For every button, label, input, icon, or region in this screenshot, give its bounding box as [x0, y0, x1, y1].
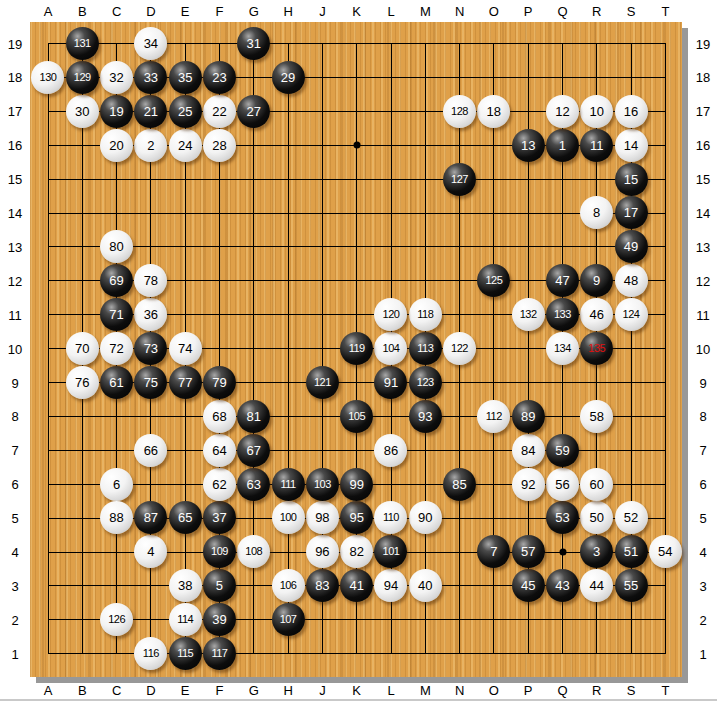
move-number: 65: [178, 511, 192, 524]
coordinate-label: L: [387, 4, 394, 19]
coordinate-label: J: [319, 4, 326, 19]
stone-E18: 35: [169, 61, 202, 94]
coordinate-label: J: [319, 683, 326, 698]
move-number: 113: [417, 343, 433, 354]
move-number: 67: [247, 444, 261, 457]
coordinate-label: A: [44, 4, 53, 19]
coordinate-label: H: [283, 4, 292, 19]
move-number: 16: [624, 105, 638, 118]
coordinate-label: 14: [8, 206, 22, 221]
move-number: 49: [624, 240, 638, 253]
move-number: 110: [383, 512, 399, 523]
move-number: 121: [314, 377, 331, 388]
stone-S12: 48: [615, 264, 648, 297]
stone-H2: 107: [272, 603, 305, 636]
stone-F2: 39: [203, 603, 236, 636]
stone-B18: 129: [66, 61, 99, 94]
coordinate-label: F: [216, 683, 224, 698]
coordinate-label: G: [249, 683, 259, 698]
coordinate-label: 18: [696, 70, 710, 85]
stone-B19: 131: [66, 27, 99, 60]
move-number: 22: [212, 105, 226, 118]
move-number: 55: [624, 579, 638, 592]
stone-S17: 16: [615, 95, 648, 128]
coordinate-label: 13: [8, 239, 22, 254]
stone-S16: 14: [615, 129, 648, 162]
stone-F6: 62: [203, 468, 236, 501]
move-number: 89: [521, 410, 535, 423]
coordinate-label: 16: [8, 138, 22, 153]
stone-N17: 128: [443, 95, 476, 128]
move-number: 114: [177, 614, 193, 625]
stone-T4: 54: [649, 535, 682, 568]
coordinate-label: 1: [699, 646, 706, 661]
move-number: 23: [212, 71, 226, 84]
move-number: 32: [109, 71, 123, 84]
move-number: 21: [144, 105, 158, 118]
stone-Q17: 12: [546, 95, 579, 128]
move-number: 9: [593, 274, 600, 287]
coordinate-label: S: [627, 683, 636, 698]
stone-G19: 31: [237, 27, 270, 60]
stone-K3: 41: [340, 569, 373, 602]
stone-D9: 75: [134, 366, 167, 399]
coordinate-label: 17: [8, 104, 22, 119]
move-number: 88: [109, 511, 123, 524]
coordinate-label: 11: [8, 307, 22, 322]
stone-C16: 20: [100, 129, 133, 162]
move-number: 6: [113, 478, 120, 491]
coordinate-label: Q: [557, 4, 567, 19]
move-number: 120: [383, 309, 400, 320]
move-number: 3: [593, 545, 600, 558]
move-number: 87: [144, 511, 158, 524]
move-number: 17: [624, 206, 638, 219]
stone-E5: 65: [169, 501, 202, 534]
coordinate-label: 3: [11, 578, 18, 593]
move-number: 36: [144, 308, 158, 321]
stone-C10: 72: [100, 332, 133, 365]
move-number: 5: [216, 579, 223, 592]
move-number: 57: [521, 545, 535, 558]
stone-C12: 69: [100, 264, 133, 297]
stone-G6: 63: [237, 468, 270, 501]
move-number: 81: [247, 410, 261, 423]
stone-L5: 110: [374, 501, 407, 534]
move-number: 68: [212, 410, 226, 423]
move-number: 91: [384, 376, 398, 389]
stone-P11: 132: [512, 298, 545, 331]
move-number: 28: [212, 139, 226, 152]
coordinate-label: 2: [699, 612, 706, 627]
stone-Q5: 53: [546, 501, 579, 534]
stone-H6: 111: [272, 468, 305, 501]
stone-L9: 91: [374, 366, 407, 399]
move-number: 18: [487, 105, 501, 118]
stone-N15: 127: [443, 163, 476, 196]
move-number: 66: [144, 444, 158, 457]
stone-Q7: 59: [546, 434, 579, 467]
stone-F3: 5: [203, 569, 236, 602]
move-number: 60: [590, 478, 604, 491]
coordinate-label: H: [283, 683, 292, 698]
coordinate-label: G: [249, 4, 259, 19]
move-number: 90: [418, 511, 432, 524]
stone-L3: 94: [374, 569, 407, 602]
stone-P16: 13: [512, 129, 545, 162]
stone-M8: 93: [409, 400, 442, 433]
stone-R10: 135: [580, 332, 613, 365]
move-number: 101: [383, 546, 400, 557]
stones-grid: 1234567891011121314151617181920212223242…: [31, 27, 683, 671]
stone-P3: 45: [512, 569, 545, 602]
move-number: 124: [623, 309, 640, 320]
stone-C17: 19: [100, 95, 133, 128]
coordinate-label: 10: [8, 341, 22, 356]
move-number: 92: [521, 478, 535, 491]
coordinate-label: Q: [557, 683, 567, 698]
move-number: 71: [109, 308, 123, 321]
move-number: 132: [520, 309, 537, 320]
stone-C11: 71: [100, 298, 133, 331]
stone-E16: 24: [169, 129, 202, 162]
stone-R4: 3: [580, 535, 613, 568]
move-number: 72: [109, 342, 123, 355]
stone-D10: 73: [134, 332, 167, 365]
stone-G4: 108: [237, 535, 270, 568]
move-number: 116: [143, 648, 159, 659]
move-number: 31: [247, 37, 261, 50]
move-number: 100: [280, 512, 297, 523]
move-number: 80: [109, 240, 123, 253]
coordinate-label: 14: [696, 206, 710, 221]
coordinate-label: 4: [11, 545, 18, 560]
stone-R11: 46: [580, 298, 613, 331]
move-number: 134: [554, 343, 571, 354]
move-number: 79: [212, 376, 226, 389]
stone-S11: 124: [615, 298, 648, 331]
move-number: 123: [417, 377, 434, 388]
stone-M10: 113: [409, 332, 442, 365]
move-number: 76: [75, 376, 89, 389]
stone-C18: 32: [100, 61, 133, 94]
stone-R16: 11: [580, 129, 613, 162]
move-number: 33: [144, 71, 158, 84]
stone-G17: 27: [237, 95, 270, 128]
stone-F1: 117: [203, 637, 236, 670]
coordinate-label: B: [78, 4, 87, 19]
move-number: 84: [521, 444, 535, 457]
move-number: 85: [452, 478, 466, 491]
coordinate-label: 17: [696, 104, 710, 119]
coordinate-label: R: [592, 4, 601, 19]
coordinate-label: D: [146, 683, 155, 698]
stone-S15: 15: [615, 163, 648, 196]
stone-J4: 96: [306, 535, 339, 568]
move-number: 78: [144, 274, 158, 287]
move-number: 96: [315, 545, 329, 558]
window-bottom-divider: [0, 699, 717, 701]
stone-F18: 23: [203, 61, 236, 94]
move-number: 95: [349, 511, 363, 524]
move-number: 43: [555, 579, 569, 592]
stone-K8: 105: [340, 400, 373, 433]
stone-C5: 88: [100, 501, 133, 534]
move-number: 111: [280, 479, 295, 490]
coordinate-label: C: [112, 683, 121, 698]
stone-D19: 34: [134, 27, 167, 60]
move-number: 45: [521, 579, 535, 592]
stone-Q3: 43: [546, 569, 579, 602]
stone-E17: 25: [169, 95, 202, 128]
stone-M9: 123: [409, 366, 442, 399]
move-number: 38: [178, 579, 192, 592]
stone-R8: 58: [580, 400, 613, 433]
move-number: 107: [280, 614, 297, 625]
coordinate-label: 16: [696, 138, 710, 153]
move-number: 130: [40, 72, 57, 83]
stone-S13: 49: [615, 230, 648, 263]
stone-J9: 121: [306, 366, 339, 399]
coordinate-label: N: [455, 4, 464, 19]
stone-L4: 101: [374, 535, 407, 568]
coordinate-label: M: [420, 683, 431, 698]
coordinate-label: F: [216, 4, 224, 19]
move-number: 94: [384, 579, 398, 592]
move-number: 103: [314, 479, 331, 490]
stone-P8: 89: [512, 400, 545, 433]
move-number: 131: [74, 38, 91, 49]
stone-O17: 18: [477, 95, 510, 128]
move-number: 104: [383, 343, 400, 354]
stone-H5: 100: [272, 501, 305, 534]
stone-D5: 87: [134, 501, 167, 534]
move-number: 41: [349, 579, 363, 592]
stone-O8: 112: [477, 400, 510, 433]
move-number: 4: [147, 545, 154, 558]
stone-G7: 67: [237, 434, 270, 467]
move-number: 75: [144, 376, 158, 389]
coordinate-label: 19: [696, 36, 710, 51]
coordinate-label: 19: [8, 36, 22, 51]
coordinate-label: K: [352, 683, 361, 698]
stone-F17: 22: [203, 95, 236, 128]
stone-R17: 10: [580, 95, 613, 128]
coordinate-label: 1: [11, 646, 18, 661]
move-number: 115: [177, 648, 193, 659]
move-number: 83: [315, 579, 329, 592]
move-number: 29: [281, 71, 295, 84]
move-number: 86: [384, 444, 398, 457]
move-number: 52: [624, 511, 638, 524]
stone-E2: 114: [169, 603, 202, 636]
stone-J5: 98: [306, 501, 339, 534]
move-number: 61: [109, 376, 123, 389]
stone-C2: 126: [100, 603, 133, 636]
stone-O4: 7: [477, 535, 510, 568]
move-number: 46: [590, 308, 604, 321]
stone-C13: 80: [100, 230, 133, 263]
move-number: 62: [212, 478, 226, 491]
move-number: 35: [178, 71, 192, 84]
stone-H18: 29: [272, 61, 305, 94]
move-number: 77: [178, 376, 192, 389]
coordinate-label: E: [181, 4, 190, 19]
coordinate-label: 9: [699, 375, 706, 390]
move-number: 1: [559, 139, 566, 152]
stone-Q16: 1: [546, 129, 579, 162]
move-number: 30: [75, 105, 89, 118]
coordinate-label: 13: [696, 239, 710, 254]
move-number: 63: [247, 478, 261, 491]
move-number: 27: [247, 105, 261, 118]
stone-F16: 28: [203, 129, 236, 162]
stone-J6: 103: [306, 468, 339, 501]
stone-E3: 38: [169, 569, 202, 602]
coordinate-label: 12: [696, 273, 710, 288]
coordinate-label: 3: [699, 578, 706, 593]
stone-H3: 106: [272, 569, 305, 602]
stone-C9: 61: [100, 366, 133, 399]
coordinate-label: 7: [699, 443, 706, 458]
move-number: 70: [75, 342, 89, 355]
stone-B10: 70: [66, 332, 99, 365]
stone-F4: 109: [203, 535, 236, 568]
stone-G8: 81: [237, 400, 270, 433]
move-number: 8: [593, 206, 600, 219]
stone-K10: 119: [340, 332, 373, 365]
stone-K6: 99: [340, 468, 373, 501]
coordinate-label: 2: [11, 612, 18, 627]
move-number: 50: [590, 511, 604, 524]
coordinate-label: 15: [8, 172, 22, 187]
move-number: 109: [211, 546, 228, 557]
stone-O12: 125: [477, 264, 510, 297]
coordinate-label: 5: [699, 511, 706, 526]
stone-K5: 95: [340, 501, 373, 534]
stone-S14: 17: [615, 196, 648, 229]
stone-R14: 8: [580, 196, 613, 229]
coordinate-label: 11: [696, 307, 710, 322]
coordinate-label: 5: [11, 511, 18, 526]
move-number: 2: [147, 139, 154, 152]
coordinate-label: 6: [11, 477, 18, 492]
coordinate-label: K: [352, 4, 361, 19]
coordinate-label: D: [146, 4, 155, 19]
coordinate-label: B: [78, 683, 87, 698]
move-number: 13: [521, 139, 535, 152]
stone-P6: 92: [512, 468, 545, 501]
move-number: 39: [212, 613, 226, 626]
move-number: 11: [590, 139, 604, 152]
stone-S4: 51: [615, 535, 648, 568]
stone-D11: 36: [134, 298, 167, 331]
stone-R5: 50: [580, 501, 613, 534]
coordinate-label: M: [420, 4, 431, 19]
stone-N10: 122: [443, 332, 476, 365]
move-number: 108: [245, 546, 262, 557]
stone-L7: 86: [374, 434, 407, 467]
stone-D17: 21: [134, 95, 167, 128]
move-number: 106: [280, 580, 297, 591]
stone-D12: 78: [134, 264, 167, 297]
move-number: 122: [451, 343, 468, 354]
stone-D18: 33: [134, 61, 167, 94]
coordinate-label: 9: [11, 375, 18, 390]
stone-S3: 55: [615, 569, 648, 602]
move-number: 25: [178, 105, 192, 118]
stone-E9: 77: [169, 366, 202, 399]
stone-Q10: 134: [546, 332, 579, 365]
stone-D1: 116: [134, 637, 167, 670]
stone-L10: 104: [374, 332, 407, 365]
stone-J3: 83: [306, 569, 339, 602]
coordinate-label: 12: [8, 273, 22, 288]
coordinate-label: P: [524, 683, 533, 698]
move-number: 133: [554, 309, 571, 320]
move-number: 48: [624, 274, 638, 287]
stone-Q12: 47: [546, 264, 579, 297]
kifu-viewer: ABCDEFGHJKLMNOPQRST ABCDEFGHJKLMNOPQRST …: [0, 0, 717, 705]
move-number: 112: [486, 411, 502, 422]
move-number: 51: [624, 545, 638, 558]
move-number: 99: [349, 478, 363, 491]
stone-Q11: 133: [546, 298, 579, 331]
move-number: 20: [109, 139, 123, 152]
coordinate-label: 4: [699, 545, 706, 560]
stone-F9: 79: [203, 366, 236, 399]
stone-F5: 37: [203, 501, 236, 534]
stone-R3: 44: [580, 569, 613, 602]
move-number: 19: [109, 105, 123, 118]
move-number: 12: [555, 105, 569, 118]
move-number: 37: [212, 511, 226, 524]
move-number: 125: [485, 275, 502, 286]
stone-B17: 30: [66, 95, 99, 128]
stone-D16: 2: [134, 129, 167, 162]
move-number: 56: [555, 478, 569, 491]
move-number: 53: [555, 511, 569, 524]
move-number: 47: [555, 274, 569, 287]
stone-C6: 6: [100, 468, 133, 501]
move-number: 98: [315, 511, 329, 524]
coordinate-label: 8: [699, 409, 706, 424]
move-number: 69: [109, 274, 123, 287]
coordinate-label: 10: [696, 341, 710, 356]
coordinate-label: C: [112, 4, 121, 19]
move-number: 59: [555, 444, 569, 457]
move-number: 34: [144, 37, 158, 50]
move-number: 10: [590, 105, 604, 118]
stone-B9: 76: [66, 366, 99, 399]
coordinate-label: O: [489, 683, 499, 698]
stone-A18: 130: [31, 61, 64, 94]
stone-P7: 84: [512, 434, 545, 467]
move-number: 15: [624, 173, 638, 186]
coordinate-label: E: [181, 683, 190, 698]
coordinate-label: 7: [11, 443, 18, 458]
stone-K4: 82: [340, 535, 373, 568]
stone-R12: 9: [580, 264, 613, 297]
move-number: 119: [349, 343, 365, 354]
coordinate-label: L: [387, 683, 394, 698]
move-number: 128: [451, 106, 468, 117]
stone-N6: 85: [443, 468, 476, 501]
coordinate-label: O: [489, 4, 499, 19]
move-number: 24: [178, 139, 192, 152]
stone-P4: 57: [512, 535, 545, 568]
move-number: 73: [144, 342, 158, 355]
